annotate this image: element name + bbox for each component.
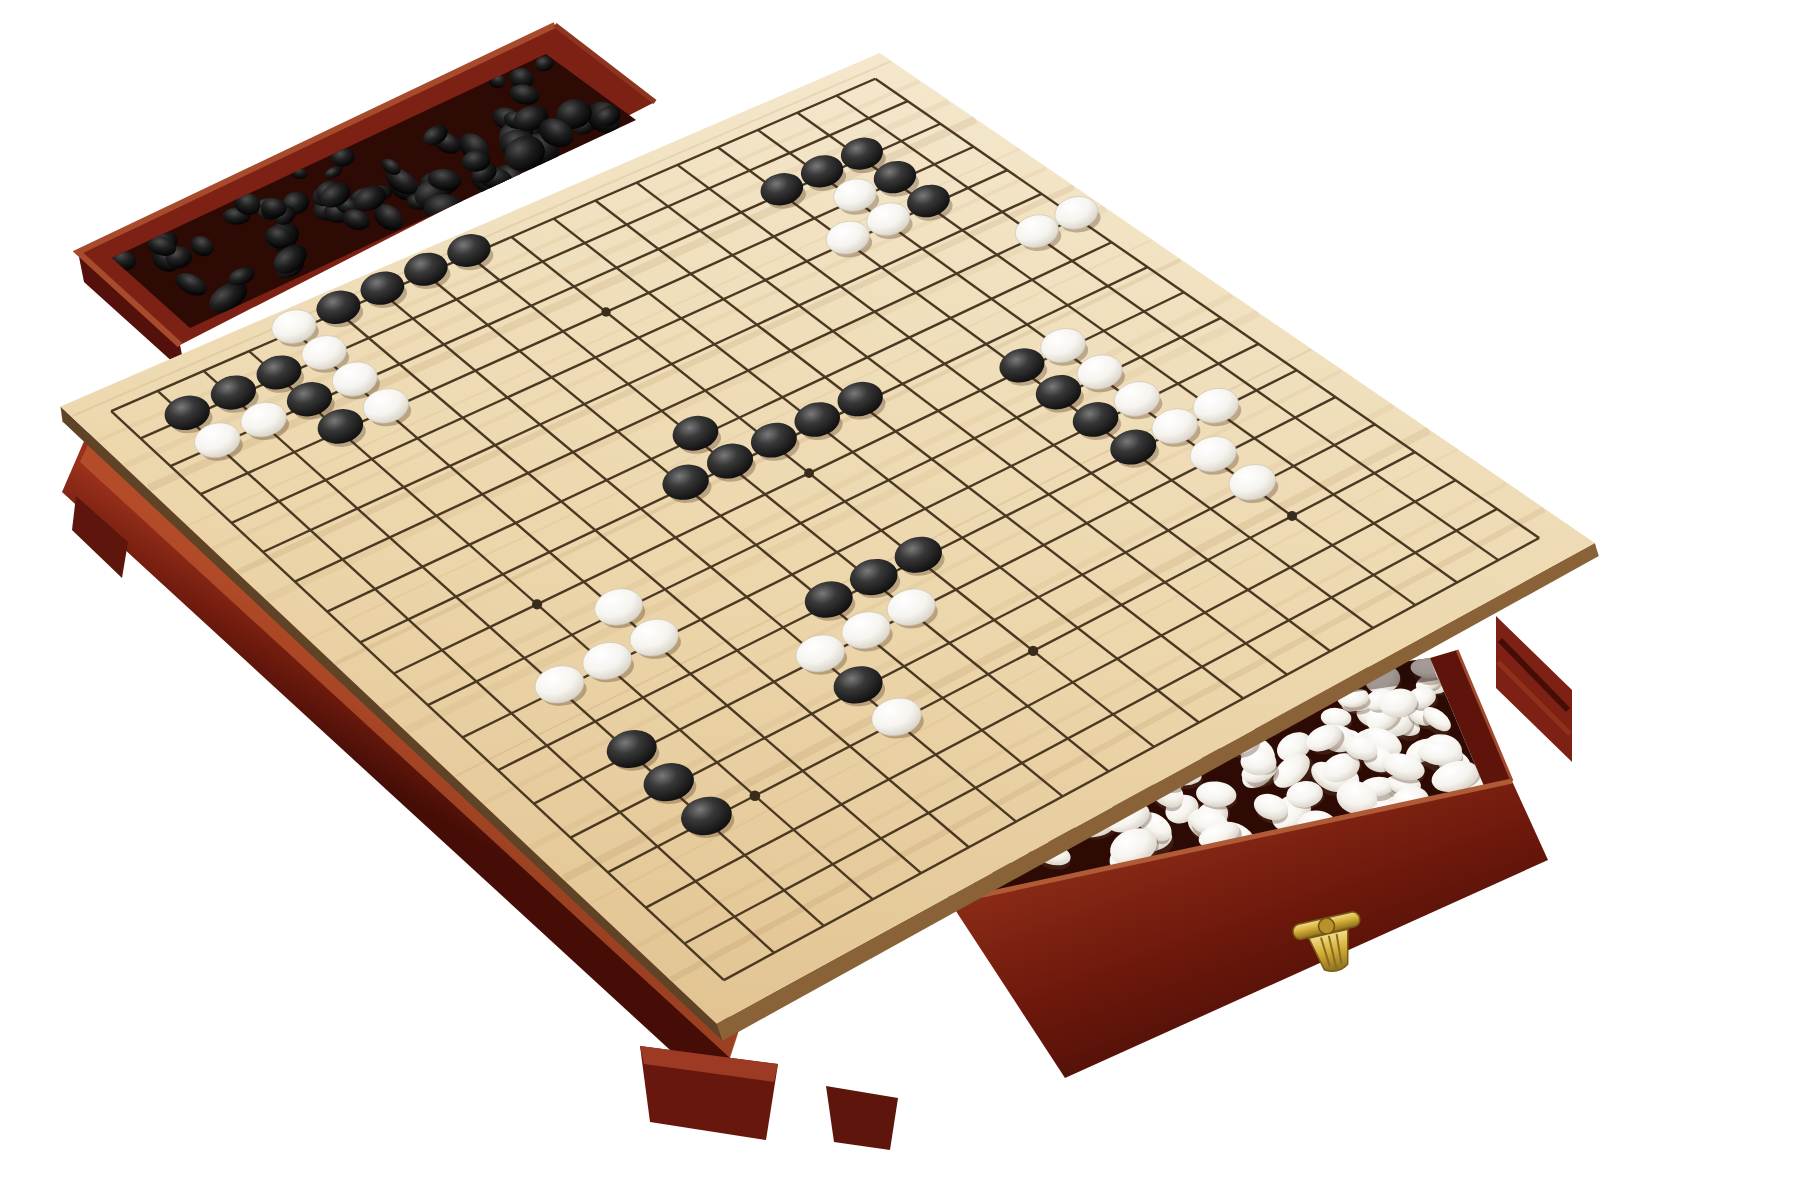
- go-board-scene: [0, 0, 1800, 1200]
- stand-molding: [1496, 616, 1572, 762]
- go-table-photo: [0, 0, 1800, 1200]
